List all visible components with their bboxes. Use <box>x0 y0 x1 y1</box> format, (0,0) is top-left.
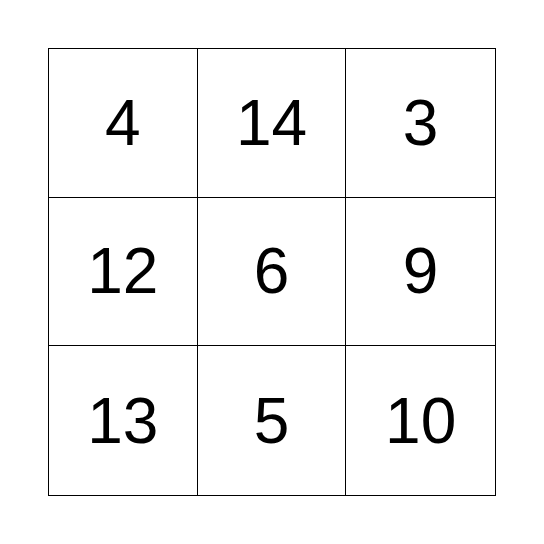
grid-cell-r1c1[interactable]: 4 <box>49 49 198 198</box>
grid-cell-r1c2[interactable]: 14 <box>198 49 347 198</box>
grid-cell-r2c2[interactable]: 6 <box>198 198 347 347</box>
grid-cell-r2c1[interactable]: 12 <box>49 198 198 347</box>
grid-cell-r3c1[interactable]: 13 <box>49 346 198 495</box>
grid-cell-r3c2[interactable]: 5 <box>198 346 347 495</box>
grid-cell-r1c3[interactable]: 3 <box>346 49 495 198</box>
number-grid-board: 4 14 3 12 6 9 13 5 10 <box>48 48 496 496</box>
grid-cell-r2c3[interactable]: 9 <box>346 198 495 347</box>
grid-cell-r3c3[interactable]: 10 <box>346 346 495 495</box>
